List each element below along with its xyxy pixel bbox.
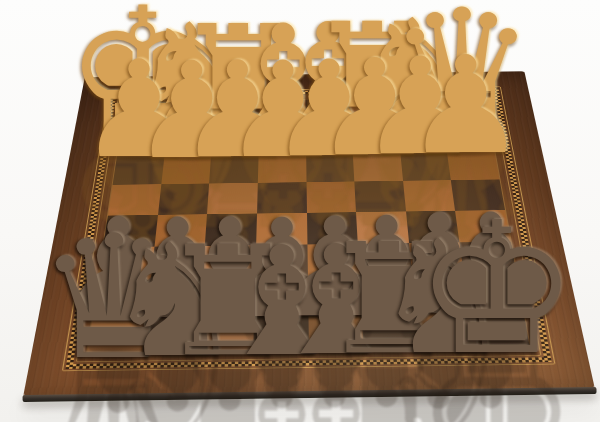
photo-scene: ♚♚♞♞♜♜♝♝♝♝♜♜♞♞♛♛♟♟♟♟♟♟♟♟♟♟♟♟♟♟♟♟♟♟♟♟♟♟♟♟… <box>0 0 600 422</box>
light-pawn[interactable]: ♟ <box>399 39 533 173</box>
pieces-layer: ♚♚♞♞♜♜♝♝♝♝♜♜♞♞♛♛♟♟♟♟♟♟♟♟♟♟♟♟♟♟♟♟♟♟♟♟♟♟♟♟… <box>0 0 600 422</box>
dark-king[interactable]: ♚ <box>406 198 588 380</box>
